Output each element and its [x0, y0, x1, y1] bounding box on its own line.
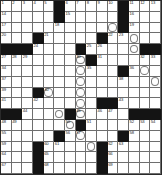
cell-15-11[interactable]: 66 — [108, 152, 119, 163]
circle-marker-5-13 — [130, 45, 138, 54]
cell-12-7[interactable]: 50 — [65, 120, 76, 131]
cell-9-8[interactable] — [76, 88, 87, 99]
clue-number-39: 39 — [2, 88, 6, 93]
cell-14-2[interactable] — [12, 142, 23, 153]
cell-12-10[interactable] — [97, 120, 108, 131]
clue-number-67: 67 — [2, 163, 6, 168]
cell-14-12[interactable]: 63 — [118, 142, 129, 153]
clue-number-53: 53 — [140, 120, 144, 125]
black-cell-9-4 — [33, 88, 44, 99]
clue-number-4: 4 — [34, 1, 36, 6]
cell-6-13[interactable] — [129, 55, 140, 66]
cell-8-9[interactable] — [86, 77, 97, 88]
clue-number-55: 55 — [2, 131, 6, 136]
cell-3-1[interactable]: 17 — [1, 23, 12, 34]
cell-5-12[interactable] — [118, 44, 129, 55]
cell-9-3[interactable] — [22, 88, 33, 99]
cell-8-4[interactable] — [33, 77, 44, 88]
cell-8-10[interactable] — [97, 77, 108, 88]
cell-6-7[interactable] — [65, 55, 76, 66]
cell-1-1[interactable]: 1 — [1, 1, 12, 12]
cell-14-8[interactable] — [76, 142, 87, 153]
black-cell-13-6 — [54, 131, 65, 142]
cell-9-7[interactable] — [65, 88, 76, 99]
circle-marker-12-7 — [66, 121, 74, 130]
black-cell-1-6 — [54, 1, 65, 12]
clue-number-35: 35 — [87, 66, 91, 71]
cell-16-1[interactable]: 67 — [1, 163, 12, 174]
cell-2-2[interactable] — [12, 12, 23, 23]
cell-4-1[interactable]: 20 — [1, 33, 12, 44]
clue-number-18: 18 — [55, 23, 59, 28]
cell-2-7[interactable]: 15 — [65, 12, 76, 23]
cell-3-14[interactable] — [140, 23, 151, 34]
cell-15-1[interactable]: 64 — [1, 152, 12, 163]
black-cell-10-10 — [97, 98, 108, 109]
cell-15-9[interactable] — [86, 152, 97, 163]
cell-8-7[interactable] — [65, 77, 76, 88]
clue-number-66: 66 — [108, 152, 112, 157]
cell-10-1[interactable]: 41 — [1, 98, 12, 109]
cell-3-9[interactable] — [86, 23, 97, 34]
cell-2-10[interactable] — [97, 12, 108, 23]
cell-3-7[interactable] — [65, 23, 76, 34]
cell-5-10[interactable]: 26 — [97, 44, 108, 55]
cell-1-2[interactable]: 2 — [12, 1, 23, 12]
cell-2-4[interactable] — [33, 12, 44, 23]
cell-6-2[interactable]: 28 — [12, 55, 23, 66]
cell-7-7[interactable] — [65, 66, 76, 77]
cell-12-9[interactable]: 51 — [86, 120, 97, 131]
cell-4-11[interactable]: 22 — [108, 33, 119, 44]
circle-marker-11-8 — [76, 110, 84, 119]
cell-13-10[interactable] — [97, 131, 108, 142]
cell-3-5[interactable] — [44, 23, 55, 34]
cell-12-3[interactable] — [22, 120, 33, 131]
cell-1-3[interactable]: 3 — [22, 1, 33, 12]
cell-14-9[interactable] — [86, 142, 97, 153]
cell-2-11[interactable] — [108, 12, 119, 23]
cell-6-15[interactable]: 33 — [150, 55, 161, 66]
black-cell-3-12 — [118, 23, 129, 34]
clue-number-25: 25 — [87, 44, 91, 49]
cell-13-15[interactable] — [150, 131, 161, 142]
clue-number-13: 13 — [151, 1, 155, 6]
black-cell-15-4 — [33, 152, 44, 163]
cell-2-1[interactable]: 14 — [1, 12, 12, 23]
cell-13-14[interactable] — [140, 131, 151, 142]
cell-3-2[interactable] — [12, 23, 23, 34]
cell-11-10[interactable]: 46 — [97, 109, 108, 120]
cell-6-5[interactable] — [44, 55, 55, 66]
clue-number-33: 33 — [151, 55, 155, 60]
circle-marker-3-11 — [108, 23, 116, 32]
cell-1-7[interactable]: 6 — [65, 1, 76, 12]
cell-5-7[interactable] — [65, 44, 76, 55]
clue-number-37: 37 — [2, 77, 6, 82]
black-cell-6-9 — [86, 55, 97, 66]
cell-13-2[interactable] — [12, 131, 23, 142]
cell-16-11[interactable]: 69 — [108, 163, 119, 174]
cell-6-6[interactable] — [54, 55, 65, 66]
cell-7-2[interactable] — [12, 66, 23, 77]
cell-6-14[interactable]: 32 — [140, 55, 151, 66]
cell-4-15[interactable] — [150, 33, 161, 44]
cell-8-15[interactable] — [150, 77, 161, 88]
cell-8-2[interactable] — [12, 77, 23, 88]
black-cell-1-12 — [118, 1, 129, 12]
cell-11-11[interactable]: 47 — [108, 109, 119, 120]
cell-3-3[interactable] — [22, 23, 33, 34]
clue-number-49: 49 — [12, 120, 16, 125]
clue-number-36: 36 — [130, 66, 134, 71]
cell-14-5[interactable]: 60 — [44, 142, 55, 153]
clue-number-20: 20 — [2, 33, 6, 38]
clue-number-23: 23 — [119, 33, 123, 38]
clue-number-32: 32 — [140, 55, 144, 60]
cell-1-13[interactable]: 11 — [129, 1, 140, 12]
cell-5-11[interactable] — [108, 44, 119, 55]
cell-8-12[interactable]: 38 — [118, 77, 129, 88]
clue-number-42: 42 — [34, 98, 38, 103]
clue-number-48: 48 — [2, 120, 6, 125]
cell-11-6[interactable] — [54, 109, 65, 120]
clue-number-47: 47 — [108, 109, 112, 114]
cell-1-14[interactable]: 12 — [140, 1, 151, 12]
cell-7-1[interactable]: 34 — [1, 66, 12, 77]
cell-14-14[interactable] — [140, 142, 151, 153]
cell-15-14[interactable] — [140, 152, 151, 163]
cell-10-15[interactable] — [150, 98, 161, 109]
cell-14-13[interactable] — [129, 142, 140, 153]
cell-13-11[interactable] — [108, 131, 119, 142]
cell-8-1[interactable]: 37 — [1, 77, 12, 88]
cell-6-8[interactable]: 30 — [76, 55, 87, 66]
cell-3-4[interactable] — [33, 23, 44, 34]
black-cell-11-2 — [12, 109, 23, 120]
cell-4-12[interactable]: 23 — [118, 33, 129, 44]
cell-15-7[interactable] — [65, 152, 76, 163]
cell-12-5[interactable] — [44, 120, 55, 131]
clue-number-46: 46 — [98, 109, 102, 114]
cell-10-8[interactable] — [76, 98, 87, 109]
cell-12-2[interactable]: 49 — [12, 120, 23, 131]
cell-13-1[interactable]: 55 — [1, 131, 12, 142]
cell-3-13[interactable]: 19 — [129, 23, 140, 34]
cell-7-13[interactable]: 36 — [129, 66, 140, 77]
cell-8-5[interactable] — [44, 77, 55, 88]
clue-number-57: 57 — [76, 131, 80, 136]
cell-8-11[interactable] — [108, 77, 119, 88]
cell-16-2[interactable] — [12, 163, 23, 174]
cell-6-3[interactable]: 29 — [22, 55, 33, 66]
cell-13-13[interactable]: 58 — [129, 131, 140, 142]
cell-13-5[interactable] — [44, 131, 55, 142]
cell-15-13[interactable] — [129, 152, 140, 163]
cell-13-7[interactable]: 56 — [65, 131, 76, 142]
cell-12-15[interactable]: 54 — [150, 120, 161, 131]
black-cell-2-12 — [118, 12, 129, 23]
cell-8-14[interactable] — [140, 77, 151, 88]
cell-15-3[interactable] — [22, 152, 33, 163]
cell-9-1[interactable]: 39 — [1, 88, 12, 99]
cell-7-4[interactable] — [33, 66, 44, 77]
cell-9-15[interactable] — [150, 88, 161, 99]
cell-8-3[interactable] — [22, 77, 33, 88]
black-cell-11-7 — [65, 109, 76, 120]
cell-13-3[interactable] — [22, 131, 33, 142]
circle-marker-6-8 — [76, 56, 84, 65]
cell-1-9[interactable]: 8 — [86, 1, 97, 12]
cell-4-14[interactable] — [140, 33, 151, 44]
cell-13-4[interactable] — [33, 131, 44, 142]
cell-8-13[interactable] — [129, 77, 140, 88]
clue-number-10: 10 — [108, 1, 112, 6]
cell-16-13[interactable] — [129, 163, 140, 174]
cell-7-9[interactable]: 35 — [86, 66, 97, 77]
cell-10-14[interactable] — [140, 98, 151, 109]
clue-number-62: 62 — [108, 142, 112, 147]
cell-4-2[interactable] — [12, 33, 23, 44]
cell-4-3[interactable] — [22, 33, 33, 44]
cell-2-13[interactable]: 16 — [129, 12, 140, 23]
clue-number-7: 7 — [76, 1, 78, 6]
cell-11-3[interactable]: 44 — [22, 109, 33, 120]
cell-12-14[interactable]: 53 — [140, 120, 151, 131]
cell-15-15[interactable] — [150, 152, 161, 163]
clue-number-34: 34 — [2, 66, 6, 71]
cell-15-2[interactable] — [12, 152, 23, 163]
circle-marker-10-8 — [76, 99, 84, 108]
cell-10-9[interactable] — [86, 98, 97, 109]
black-cell-16-10 — [97, 163, 108, 174]
cell-6-11[interactable] — [108, 55, 119, 66]
clue-number-9: 9 — [98, 1, 100, 6]
cell-12-6[interactable] — [54, 120, 65, 131]
cell-13-9[interactable] — [86, 131, 97, 142]
clue-number-61: 61 — [55, 142, 59, 147]
cell-9-14[interactable] — [140, 88, 151, 99]
cell-16-7[interactable] — [65, 163, 76, 174]
cell-5-13[interactable] — [129, 44, 140, 55]
black-cell-5-3 — [22, 44, 33, 55]
cell-2-3[interactable] — [22, 12, 33, 23]
cell-9-13[interactable] — [129, 88, 140, 99]
black-cell-14-10 — [97, 142, 108, 153]
cell-3-6[interactable]: 18 — [54, 23, 65, 34]
clue-number-56: 56 — [66, 131, 70, 136]
cell-3-15[interactable] — [150, 23, 161, 34]
cell-1-5[interactable]: 5 — [44, 1, 55, 12]
cell-2-8[interactable] — [76, 12, 87, 23]
black-cell-5-1 — [1, 44, 12, 55]
clue-number-63: 63 — [119, 142, 123, 147]
circle-marker-9-8 — [76, 88, 84, 97]
black-cell-4-10 — [97, 33, 108, 44]
circle-marker-13-8 — [76, 131, 84, 140]
cell-9-6[interactable] — [54, 88, 65, 99]
cell-9-2[interactable] — [12, 88, 23, 99]
clue-number-60: 60 — [44, 142, 48, 147]
clue-number-11: 11 — [130, 1, 134, 6]
clue-number-3: 3 — [23, 1, 25, 6]
clue-number-22: 22 — [108, 33, 112, 38]
cell-7-3[interactable] — [22, 66, 33, 77]
cell-9-12[interactable] — [118, 88, 129, 99]
cell-14-3[interactable] — [22, 142, 33, 153]
cell-5-4[interactable]: 24 — [33, 44, 44, 55]
cell-7-8[interactable] — [76, 66, 87, 77]
cell-6-12[interactable] — [118, 55, 129, 66]
cell-1-15[interactable]: 13 — [150, 1, 161, 12]
cell-16-6[interactable] — [54, 163, 65, 174]
cell-15-12[interactable] — [118, 152, 129, 163]
cell-16-12[interactable] — [118, 163, 129, 174]
cell-4-6[interactable] — [54, 33, 65, 44]
cell-3-11[interactable] — [108, 23, 119, 34]
cell-10-3[interactable] — [22, 98, 33, 109]
cell-16-8[interactable] — [76, 163, 87, 174]
cell-3-8[interactable] — [76, 23, 87, 34]
cell-2-5[interactable] — [44, 12, 55, 23]
black-cell-5-2 — [12, 44, 23, 55]
cell-11-5[interactable] — [44, 109, 55, 120]
black-cell-2-6 — [54, 12, 65, 23]
cell-10-5[interactable] — [44, 98, 55, 109]
cell-14-11[interactable]: 62 — [108, 142, 119, 153]
cell-15-8[interactable] — [76, 152, 87, 163]
clue-number-6: 6 — [66, 1, 68, 6]
cell-14-6[interactable]: 61 — [54, 142, 65, 153]
cell-10-6[interactable] — [54, 98, 65, 109]
black-cell-5-15 — [150, 44, 161, 55]
cell-13-8[interactable]: 57 — [76, 131, 87, 142]
cell-2-14[interactable] — [140, 12, 151, 23]
clue-number-24: 24 — [34, 44, 38, 49]
black-cell-11-13 — [129, 109, 140, 120]
cell-16-14[interactable] — [140, 163, 151, 174]
clue-number-69: 69 — [108, 163, 112, 168]
black-cell-11-1 — [1, 109, 12, 120]
cell-8-6[interactable] — [54, 77, 65, 88]
cell-4-13[interactable] — [129, 33, 140, 44]
cell-1-11[interactable]: 10 — [108, 1, 119, 12]
clue-number-44: 44 — [23, 109, 27, 114]
cell-9-5[interactable]: 40 — [44, 88, 55, 99]
clue-number-31: 31 — [98, 55, 102, 60]
cell-10-4[interactable]: 42 — [33, 98, 44, 109]
clue-number-64: 64 — [2, 152, 6, 157]
black-cell-15-10 — [97, 152, 108, 163]
cell-7-11[interactable] — [108, 66, 119, 77]
cell-8-8[interactable] — [76, 77, 87, 88]
clue-number-26: 26 — [98, 44, 102, 49]
clue-number-14: 14 — [2, 12, 6, 17]
cell-10-13[interactable] — [129, 98, 140, 109]
cell-15-5[interactable]: 65 — [44, 152, 55, 163]
cell-12-1[interactable]: 48 — [1, 120, 12, 131]
clue-number-19: 19 — [130, 23, 134, 28]
cell-9-11[interactable] — [108, 88, 119, 99]
cell-12-12[interactable] — [118, 120, 129, 131]
cell-11-12[interactable] — [118, 109, 129, 120]
clue-number-58: 58 — [130, 131, 134, 136]
cell-16-3[interactable] — [22, 163, 33, 174]
circle-marker-7-14 — [140, 66, 148, 75]
cell-14-7[interactable] — [65, 142, 76, 153]
black-cell-14-4 — [33, 142, 44, 153]
cell-14-1[interactable]: 59 — [1, 142, 12, 153]
cell-1-10[interactable]: 9 — [97, 1, 108, 12]
cell-12-13[interactable]: 52 — [129, 120, 140, 131]
clue-number-54: 54 — [151, 120, 155, 125]
cell-16-15[interactable] — [150, 163, 161, 174]
cell-4-9[interactable] — [86, 33, 97, 44]
cell-1-4[interactable]: 4 — [33, 1, 44, 12]
cell-15-6[interactable] — [54, 152, 65, 163]
cell-7-15[interactable] — [150, 66, 161, 77]
cell-3-10[interactable] — [97, 23, 108, 34]
cell-5-6[interactable] — [54, 44, 65, 55]
cell-4-8[interactable] — [76, 33, 87, 44]
cell-7-6[interactable] — [54, 66, 65, 77]
clue-number-8: 8 — [87, 1, 89, 6]
cell-4-5[interactable]: 21 — [44, 33, 55, 44]
cell-6-1[interactable]: 27 — [1, 55, 12, 66]
circle-marker-9-5 — [44, 88, 52, 97]
circle-marker-8-8 — [76, 77, 84, 86]
cell-14-15[interactable] — [150, 142, 161, 153]
cell-1-8[interactable]: 7 — [76, 1, 87, 12]
cell-9-9[interactable] — [86, 88, 97, 99]
clue-number-12: 12 — [140, 1, 144, 6]
cell-10-12[interactable]: 43 — [118, 98, 129, 109]
cell-11-9[interactable] — [86, 109, 97, 120]
clue-number-40: 40 — [44, 88, 48, 93]
cell-5-9[interactable]: 25 — [86, 44, 97, 55]
cell-12-4[interactable] — [33, 120, 44, 131]
cell-6-10[interactable]: 31 — [97, 55, 108, 66]
clue-number-21: 21 — [44, 33, 48, 38]
black-cell-12-8 — [76, 120, 87, 131]
cell-9-10[interactable] — [97, 88, 108, 99]
black-cell-11-14 — [140, 109, 151, 120]
cell-12-11[interactable] — [108, 120, 119, 131]
black-cell-16-4 — [33, 163, 44, 174]
cell-11-8[interactable]: 45 — [76, 109, 87, 120]
cell-2-9[interactable] — [86, 12, 97, 23]
cell-16-5[interactable]: 68 — [44, 163, 55, 174]
cell-7-10[interactable] — [97, 66, 108, 77]
cell-10-2[interactable] — [12, 98, 23, 109]
clue-number-65: 65 — [44, 152, 48, 157]
cell-4-7[interactable] — [65, 33, 76, 44]
clue-number-2: 2 — [12, 1, 14, 6]
cell-7-5[interactable] — [44, 66, 55, 77]
cell-2-15[interactable] — [150, 12, 161, 23]
cell-5-5[interactable] — [44, 44, 55, 55]
black-cell-11-15 — [150, 109, 161, 120]
cell-11-4[interactable] — [33, 109, 44, 120]
cell-10-7[interactable] — [65, 98, 76, 109]
cell-16-9[interactable] — [86, 163, 97, 174]
circle-marker-11-6 — [55, 110, 63, 119]
black-cell-7-12 — [118, 66, 129, 77]
cell-6-4[interactable] — [33, 55, 44, 66]
clue-number-27: 27 — [2, 55, 6, 60]
circle-marker-7-8 — [76, 66, 84, 75]
cell-7-14[interactable] — [140, 66, 151, 77]
